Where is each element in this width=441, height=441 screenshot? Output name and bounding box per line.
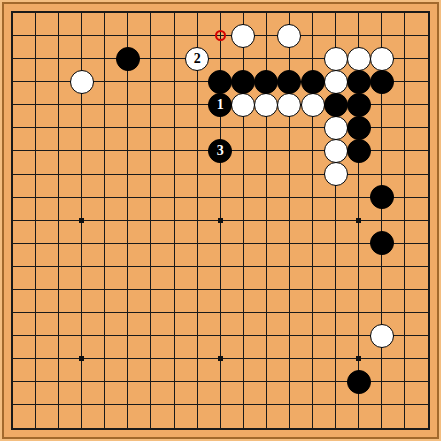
stone-black: [370, 70, 394, 94]
stone-black-move-1: 1: [208, 93, 232, 117]
stone-black: [208, 70, 232, 94]
stone-black: [347, 370, 371, 394]
star-point: [218, 356, 223, 361]
stone-white: [231, 93, 255, 117]
stone-white: [231, 24, 255, 48]
stone-white: [347, 47, 371, 71]
stone-black: [347, 70, 371, 94]
stone-black: [347, 139, 371, 163]
board-overlay: 213: [0, 0, 441, 441]
stone-black: [254, 70, 278, 94]
go-board-diagram: 213: [0, 0, 441, 441]
stone-black: [324, 93, 348, 117]
stone-white: [324, 162, 348, 186]
star-point: [218, 218, 223, 223]
stone-black: [301, 70, 325, 94]
stone-black: [370, 231, 394, 255]
stone-black: [116, 47, 140, 71]
stone-black-move-3: 3: [208, 139, 232, 163]
stone-white: [277, 93, 301, 117]
stone-black: [231, 70, 255, 94]
stone-white: [370, 47, 394, 71]
stone-black: [347, 93, 371, 117]
stone-black: [370, 185, 394, 209]
star-point: [356, 356, 361, 361]
star-point: [79, 218, 84, 223]
stone-black: [347, 116, 371, 140]
stone-white: [370, 324, 394, 348]
stone-white: [324, 116, 348, 140]
stone-white: [277, 24, 301, 48]
stone-white: [301, 93, 325, 117]
red-circle-marker: [215, 30, 226, 41]
stone-white-move-2: 2: [185, 47, 209, 71]
star-point: [356, 218, 361, 223]
stone-white: [324, 47, 348, 71]
stone-white: [254, 93, 278, 117]
stone-white: [324, 139, 348, 163]
stone-white: [324, 70, 348, 94]
stone-white: [70, 70, 94, 94]
star-point: [79, 356, 84, 361]
stone-black: [277, 70, 301, 94]
